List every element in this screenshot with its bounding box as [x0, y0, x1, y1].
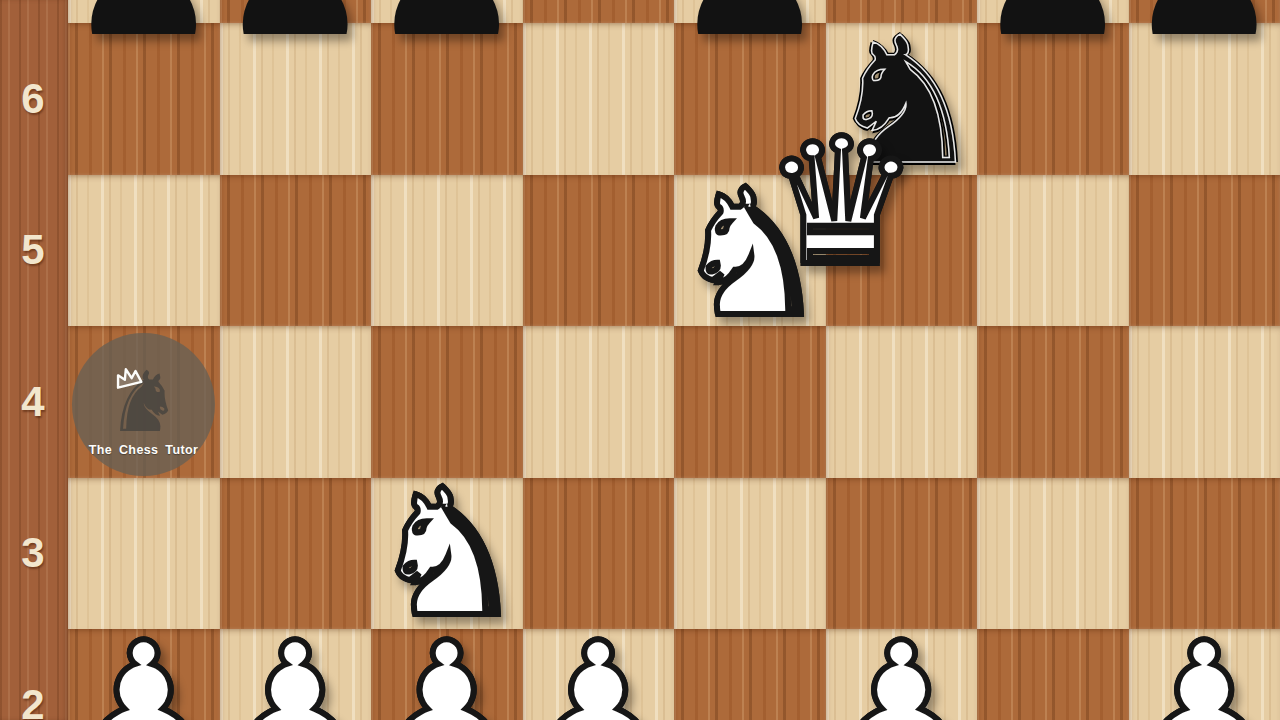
white-pawn-glyph: ♟	[823, 631, 980, 720]
square-e3[interactable]	[674, 478, 826, 630]
piece-black-pawn-e7[interactable]: ♟	[674, 0, 826, 49]
piece-white-pawn-f2[interactable]: ♟	[826, 631, 978, 720]
rank-label-margin: 65432	[0, 0, 68, 720]
rank-label-6: 6	[0, 23, 66, 175]
rank-label-4: 4	[0, 326, 66, 478]
rank-label-2: 2	[0, 629, 66, 720]
piece-black-pawn-a7[interactable]: ♟	[68, 0, 220, 49]
white-knight-glyph: ♞	[369, 478, 526, 630]
piece-black-pawn-b7[interactable]: ♟	[220, 0, 372, 49]
square-h4[interactable]	[1129, 326, 1280, 478]
watermark-text: The Chess Tutor	[72, 443, 215, 457]
square-d4[interactable]	[523, 326, 675, 478]
white-pawn-glyph: ♟	[520, 631, 677, 720]
square-h5[interactable]	[1129, 175, 1280, 327]
chess-board: ♟♟♟♟♟♟♞♞♛♞♟♟♟♟♟♟	[68, 0, 1280, 720]
square-g2[interactable]	[977, 629, 1129, 720]
video-frame: ♟♟♟♟♟♟♞♞♛♞♟♟♟♟♟♟ 65432 ♞ The Chess Tutor	[0, 0, 1280, 720]
white-pawn-glyph: ♟	[217, 631, 374, 720]
black-pawn-glyph: ♟	[671, 0, 828, 49]
piece-black-pawn-c7[interactable]: ♟	[371, 0, 523, 49]
white-pawn-glyph: ♟	[1126, 631, 1280, 720]
square-g3[interactable]	[977, 478, 1129, 630]
chess-tutor-watermark: ♞ The Chess Tutor	[72, 333, 215, 476]
piece-white-pawn-b2[interactable]: ♟	[220, 631, 372, 720]
square-d7[interactable]	[523, 0, 675, 23]
piece-black-pawn-h7[interactable]: ♟	[1129, 0, 1280, 49]
square-g4[interactable]	[977, 326, 1129, 478]
square-d6[interactable]	[523, 23, 675, 175]
square-d5[interactable]	[523, 175, 675, 327]
square-b5[interactable]	[220, 175, 372, 327]
black-pawn-glyph: ♟	[1126, 0, 1280, 49]
piece-white-pawn-h2[interactable]: ♟	[1129, 631, 1280, 720]
piece-black-pawn-g7[interactable]: ♟	[977, 0, 1129, 49]
piece-white-pawn-d2[interactable]: ♟	[523, 631, 675, 720]
rank-label-5: 5	[0, 175, 66, 327]
black-pawn-glyph: ♟	[368, 0, 525, 49]
black-pawn-glyph: ♟	[974, 0, 1131, 49]
white-queen-glyph: ♛	[763, 127, 920, 279]
square-a5[interactable]	[68, 175, 220, 327]
black-pawn-glyph: ♟	[65, 0, 222, 49]
black-pawn-glyph: ♟	[217, 0, 374, 49]
piece-white-queen-f5[interactable]: ♛	[766, 127, 918, 279]
piece-white-knight-c3[interactable]: ♞	[372, 478, 524, 630]
square-g5[interactable]	[977, 175, 1129, 327]
piece-white-pawn-a2[interactable]: ♟	[68, 631, 220, 720]
square-f4[interactable]	[826, 326, 978, 478]
square-e2[interactable]	[674, 629, 826, 720]
rank-label-3: 3	[0, 478, 66, 630]
white-pawn-glyph: ♟	[65, 631, 222, 720]
square-b4[interactable]	[220, 326, 372, 478]
square-c5[interactable]	[371, 175, 523, 327]
